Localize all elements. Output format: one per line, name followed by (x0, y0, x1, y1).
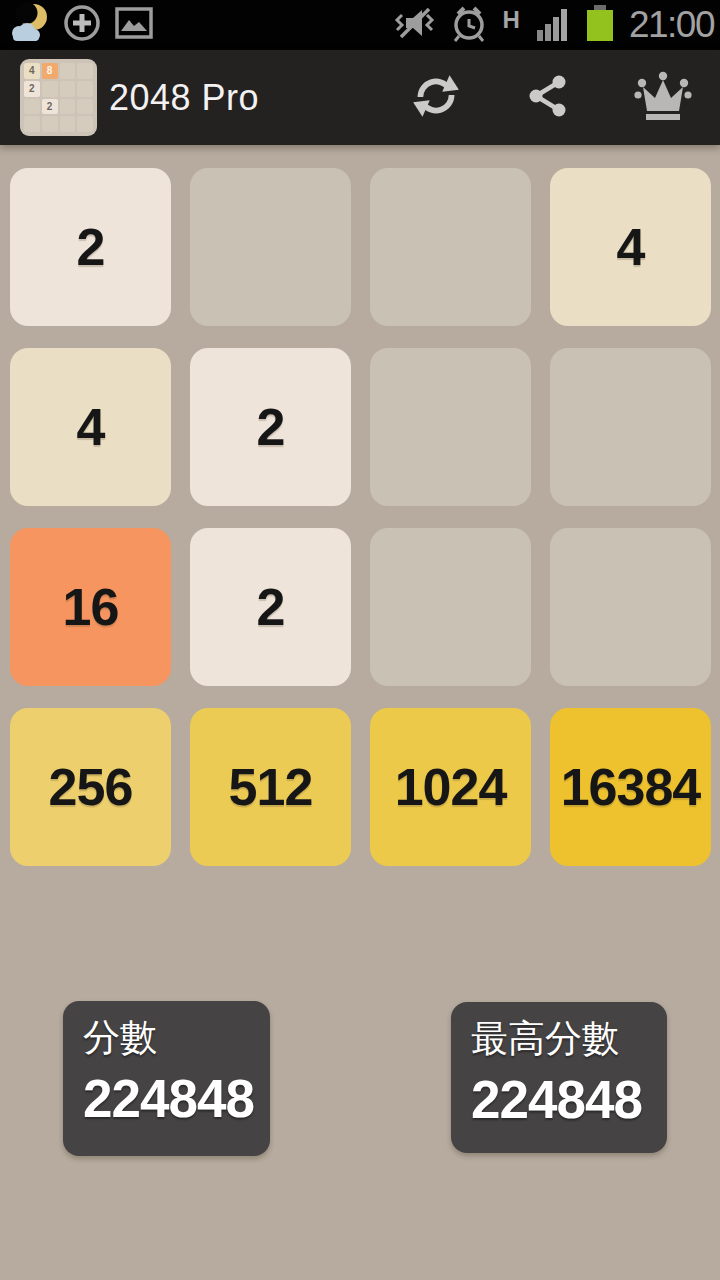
tile-16384: 16384 (550, 708, 711, 866)
app-icon-empty-cell (24, 99, 40, 115)
tile-4: 4 (10, 348, 171, 506)
share-button[interactable] (525, 72, 571, 124)
empty-cell (550, 528, 711, 686)
signal-strength-icon (535, 3, 573, 47)
score-value: 224848 (83, 1068, 270, 1129)
app-bar: 4822 2048 Pro (0, 50, 720, 145)
app-icon-empty-cell (60, 99, 76, 115)
phone-screen: H 21:00 4822 2048 Pro (0, 0, 720, 1280)
clock-time: 21:00 (629, 4, 714, 46)
tile-2: 2 (190, 528, 351, 686)
app-icon-empty-cell (24, 116, 40, 132)
crown-icon (634, 70, 692, 126)
app-icon-empty-cell (77, 63, 93, 79)
empty-cell (190, 168, 351, 326)
app-icon-tile-8: 8 (42, 63, 58, 79)
app-icon-empty-cell (77, 116, 93, 132)
status-bar: H 21:00 (0, 0, 720, 50)
alarm-icon (448, 2, 490, 48)
best-score-value: 224848 (471, 1069, 667, 1130)
vibrate-off-icon (393, 2, 437, 48)
restart-button[interactable] (410, 70, 462, 126)
best-score-box: 最高分數 224848 (451, 1002, 667, 1153)
app-icon-empty-cell (77, 81, 93, 97)
status-bar-left (6, 0, 156, 50)
tile-1024: 1024 (370, 708, 531, 866)
status-bar-right: H 21:00 (393, 2, 714, 48)
leaderboard-button[interactable] (634, 70, 692, 126)
weather-moon-cloud-icon (6, 0, 52, 50)
refresh-icon (410, 70, 462, 126)
empty-cell (370, 168, 531, 326)
tile-16: 16 (10, 528, 171, 686)
app-icon-tile-4: 4 (24, 63, 40, 79)
share-icon (525, 72, 571, 124)
app-icon-empty-cell (42, 116, 58, 132)
tile-256: 256 (10, 708, 171, 866)
tile-4: 4 (550, 168, 711, 326)
circle-plus-icon (61, 2, 103, 48)
score-box: 分數 224848 (63, 1001, 270, 1156)
best-score-label: 最高分數 (471, 1014, 667, 1064)
score-label: 分數 (83, 1013, 270, 1063)
empty-cell (370, 348, 531, 506)
tile-2: 2 (190, 348, 351, 506)
app-icon-empty-cell (60, 81, 76, 97)
app-title: 2048 Pro (109, 77, 259, 119)
app-icon: 4822 (20, 59, 97, 136)
app-icon-tile-2: 2 (24, 81, 40, 97)
app-icon-empty-cell (42, 81, 58, 97)
app-icon-empty-cell (60, 63, 76, 79)
gallery-icon (112, 1, 156, 49)
app-bar-actions (410, 70, 720, 126)
empty-cell (370, 528, 531, 686)
battery-icon (584, 3, 616, 47)
network-type-indicator: H (503, 6, 520, 34)
app-icon-tile-2: 2 (42, 99, 58, 115)
tile-512: 512 (190, 708, 351, 866)
app-icon-empty-cell (60, 116, 76, 132)
app-icon-empty-cell (77, 99, 93, 115)
tile-2: 2 (10, 168, 171, 326)
empty-cell (550, 348, 711, 506)
game-grid[interactable]: 2442162256512102416384 (10, 168, 711, 866)
